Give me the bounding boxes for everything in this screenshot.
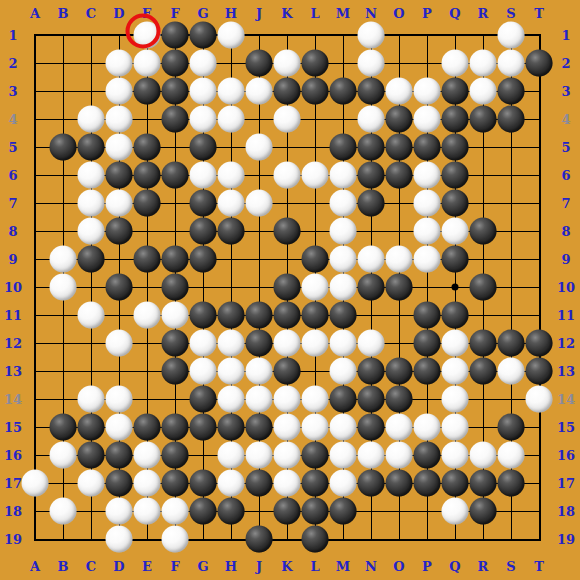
stone-black-C15 bbox=[78, 414, 105, 441]
column-label-bottom-C: C bbox=[86, 560, 96, 573]
stone-black-Q11 bbox=[442, 302, 469, 329]
row-label-right-1: 1 bbox=[561, 29, 570, 42]
stone-black-N3 bbox=[358, 78, 385, 105]
stone-white-Q12 bbox=[442, 330, 469, 357]
stone-black-P12 bbox=[414, 330, 441, 357]
stone-white-B9 bbox=[50, 246, 77, 273]
row-label-right-12: 12 bbox=[557, 337, 575, 350]
stone-white-M12 bbox=[330, 330, 357, 357]
stone-black-T2 bbox=[526, 50, 553, 77]
stone-black-H11 bbox=[218, 302, 245, 329]
row-label-left-11: 11 bbox=[4, 309, 22, 322]
stone-black-P13 bbox=[414, 358, 441, 385]
stone-black-D16 bbox=[106, 442, 133, 469]
row-label-right-18: 18 bbox=[557, 505, 575, 518]
row-label-left-1: 1 bbox=[8, 29, 17, 42]
stone-white-R16 bbox=[470, 442, 497, 469]
stone-black-N15 bbox=[358, 414, 385, 441]
column-label-bottom-F: F bbox=[170, 560, 179, 573]
stone-white-J14 bbox=[246, 386, 273, 413]
column-label-bottom-D: D bbox=[113, 560, 124, 573]
stone-white-C17 bbox=[78, 470, 105, 497]
stone-white-H1 bbox=[218, 22, 245, 49]
stone-white-L10 bbox=[302, 274, 329, 301]
stone-white-K14 bbox=[274, 386, 301, 413]
stone-black-O6 bbox=[386, 162, 413, 189]
stone-white-R2 bbox=[470, 50, 497, 77]
stone-black-D10 bbox=[106, 274, 133, 301]
stone-black-Q7 bbox=[442, 190, 469, 217]
column-label-bottom-L: L bbox=[310, 560, 319, 573]
column-label-top-C: C bbox=[86, 7, 96, 20]
stone-black-M18 bbox=[330, 498, 357, 525]
stone-white-G2 bbox=[190, 50, 217, 77]
stone-black-R18 bbox=[470, 498, 497, 525]
stone-black-F12 bbox=[162, 330, 189, 357]
stone-white-P7 bbox=[414, 190, 441, 217]
stone-white-P15 bbox=[414, 414, 441, 441]
stone-white-O16 bbox=[386, 442, 413, 469]
stone-black-B15 bbox=[50, 414, 77, 441]
column-label-top-A: A bbox=[30, 7, 40, 20]
stone-white-H16 bbox=[218, 442, 245, 469]
stone-black-F9 bbox=[162, 246, 189, 273]
row-label-right-2: 2 bbox=[561, 57, 570, 70]
stone-black-K10 bbox=[274, 274, 301, 301]
column-label-top-R: R bbox=[478, 7, 489, 20]
stone-black-B5 bbox=[50, 134, 77, 161]
stone-white-M17 bbox=[330, 470, 357, 497]
stone-white-B16 bbox=[50, 442, 77, 469]
stone-white-E18 bbox=[134, 498, 161, 525]
stone-white-P3 bbox=[414, 78, 441, 105]
stone-white-G3 bbox=[190, 78, 217, 105]
stone-black-F16 bbox=[162, 442, 189, 469]
stone-black-S4 bbox=[498, 106, 525, 133]
stone-white-K17 bbox=[274, 470, 301, 497]
stone-white-C4 bbox=[78, 106, 105, 133]
stone-black-S12 bbox=[498, 330, 525, 357]
stone-black-K18 bbox=[274, 498, 301, 525]
stone-white-M16 bbox=[330, 442, 357, 469]
screenshot-root: { "game": "go", "board_size": 19, "colum… bbox=[0, 0, 580, 580]
stone-black-Q17 bbox=[442, 470, 469, 497]
stone-white-D4 bbox=[106, 106, 133, 133]
stone-black-E5 bbox=[134, 134, 161, 161]
column-label-bottom-E: E bbox=[142, 560, 152, 573]
stone-white-M8 bbox=[330, 218, 357, 245]
stone-black-C16 bbox=[78, 442, 105, 469]
stone-white-M9 bbox=[330, 246, 357, 273]
column-label-top-H: H bbox=[225, 7, 237, 20]
hoshi-dot bbox=[452, 284, 459, 291]
row-label-left-16: 16 bbox=[4, 449, 22, 462]
row-label-right-19: 19 bbox=[557, 533, 575, 546]
column-label-top-T: T bbox=[534, 7, 544, 20]
stone-black-F6 bbox=[162, 162, 189, 189]
stone-white-Q14 bbox=[442, 386, 469, 413]
stone-black-L9 bbox=[302, 246, 329, 273]
column-label-bottom-M: M bbox=[336, 560, 350, 573]
stone-black-Q5 bbox=[442, 134, 469, 161]
column-label-top-N: N bbox=[365, 7, 377, 20]
stone-black-F3 bbox=[162, 78, 189, 105]
stone-white-L12 bbox=[302, 330, 329, 357]
stone-white-P6 bbox=[414, 162, 441, 189]
stone-black-Q6 bbox=[442, 162, 469, 189]
stone-black-R4 bbox=[470, 106, 497, 133]
column-label-top-B: B bbox=[58, 7, 69, 20]
stone-black-R12 bbox=[470, 330, 497, 357]
column-label-top-K: K bbox=[281, 7, 292, 20]
row-label-left-3: 3 bbox=[8, 85, 17, 98]
stone-white-N16 bbox=[358, 442, 385, 469]
stone-black-G9 bbox=[190, 246, 217, 273]
column-label-bottom-B: B bbox=[58, 560, 69, 573]
stone-white-O3 bbox=[386, 78, 413, 105]
stone-white-C14 bbox=[78, 386, 105, 413]
stone-white-D14 bbox=[106, 386, 133, 413]
column-label-bottom-G: G bbox=[197, 560, 208, 573]
stone-white-L14 bbox=[302, 386, 329, 413]
column-label-bottom-S: S bbox=[506, 560, 515, 573]
row-label-right-13: 13 bbox=[557, 365, 575, 378]
stone-black-K3 bbox=[274, 78, 301, 105]
stone-black-E3 bbox=[134, 78, 161, 105]
row-label-right-10: 10 bbox=[557, 281, 575, 294]
stone-white-M10 bbox=[330, 274, 357, 301]
stone-white-Q18 bbox=[442, 498, 469, 525]
stone-black-J17 bbox=[246, 470, 273, 497]
stone-black-L11 bbox=[302, 302, 329, 329]
column-label-bottom-O: O bbox=[393, 560, 404, 573]
stone-black-M5 bbox=[330, 134, 357, 161]
stone-black-L3 bbox=[302, 78, 329, 105]
stone-white-H4 bbox=[218, 106, 245, 133]
stone-white-M7 bbox=[330, 190, 357, 217]
stone-white-N9 bbox=[358, 246, 385, 273]
stone-white-Q2 bbox=[442, 50, 469, 77]
row-label-right-6: 6 bbox=[561, 169, 570, 182]
stone-black-L17 bbox=[302, 470, 329, 497]
stone-white-S13 bbox=[498, 358, 525, 385]
stone-black-P11 bbox=[414, 302, 441, 329]
row-label-left-5: 5 bbox=[8, 141, 17, 154]
stone-black-S17 bbox=[498, 470, 525, 497]
stone-black-C5 bbox=[78, 134, 105, 161]
column-label-bottom-K: K bbox=[281, 560, 292, 573]
stone-black-L18 bbox=[302, 498, 329, 525]
stone-black-E15 bbox=[134, 414, 161, 441]
stone-white-J13 bbox=[246, 358, 273, 385]
stone-white-J16 bbox=[246, 442, 273, 469]
stone-black-G14 bbox=[190, 386, 217, 413]
stone-black-O5 bbox=[386, 134, 413, 161]
stone-white-N2 bbox=[358, 50, 385, 77]
stone-black-Q3 bbox=[442, 78, 469, 105]
stone-black-L2 bbox=[302, 50, 329, 77]
stone-black-N7 bbox=[358, 190, 385, 217]
stone-black-G18 bbox=[190, 498, 217, 525]
stone-white-H13 bbox=[218, 358, 245, 385]
stone-black-R8 bbox=[470, 218, 497, 245]
stone-white-S1 bbox=[498, 22, 525, 49]
row-label-left-18: 18 bbox=[4, 505, 22, 518]
stone-white-H14 bbox=[218, 386, 245, 413]
stone-white-S2 bbox=[498, 50, 525, 77]
stone-black-N10 bbox=[358, 274, 385, 301]
row-label-right-16: 16 bbox=[557, 449, 575, 462]
stone-black-M11 bbox=[330, 302, 357, 329]
stone-white-M13 bbox=[330, 358, 357, 385]
stone-white-D12 bbox=[106, 330, 133, 357]
stone-black-N13 bbox=[358, 358, 385, 385]
stone-black-J12 bbox=[246, 330, 273, 357]
column-label-top-L: L bbox=[310, 7, 319, 20]
stone-white-S16 bbox=[498, 442, 525, 469]
stone-white-J3 bbox=[246, 78, 273, 105]
stone-black-C9 bbox=[78, 246, 105, 273]
stone-white-T14 bbox=[526, 386, 553, 413]
column-label-bottom-N: N bbox=[365, 560, 377, 573]
stone-white-A17 bbox=[22, 470, 49, 497]
stone-white-H12 bbox=[218, 330, 245, 357]
go-board[interactable]: AABBCCDDEEFFGGHHJJKKLLMMNNOOPPQQRRSSTT11… bbox=[0, 0, 580, 580]
stone-white-P8 bbox=[414, 218, 441, 245]
stone-white-G6 bbox=[190, 162, 217, 189]
stone-black-O14 bbox=[386, 386, 413, 413]
stone-black-G8 bbox=[190, 218, 217, 245]
stone-black-H15 bbox=[218, 414, 245, 441]
stone-black-K11 bbox=[274, 302, 301, 329]
stone-white-M15 bbox=[330, 414, 357, 441]
stone-white-H7 bbox=[218, 190, 245, 217]
stone-black-F13 bbox=[162, 358, 189, 385]
stone-black-F1 bbox=[162, 22, 189, 49]
stone-white-K15 bbox=[274, 414, 301, 441]
stone-black-R17 bbox=[470, 470, 497, 497]
column-label-top-F: F bbox=[170, 7, 179, 20]
stone-white-R3 bbox=[470, 78, 497, 105]
stone-white-Q15 bbox=[442, 414, 469, 441]
column-label-top-E: E bbox=[142, 7, 152, 20]
stone-black-F15 bbox=[162, 414, 189, 441]
stone-white-O15 bbox=[386, 414, 413, 441]
stone-white-Q16 bbox=[442, 442, 469, 469]
stone-white-J5 bbox=[246, 134, 273, 161]
row-label-left-6: 6 bbox=[8, 169, 17, 182]
row-label-left-19: 19 bbox=[4, 533, 22, 546]
stone-white-E17 bbox=[134, 470, 161, 497]
stone-white-B10 bbox=[50, 274, 77, 301]
stone-white-E16 bbox=[134, 442, 161, 469]
stone-white-P4 bbox=[414, 106, 441, 133]
stone-white-H3 bbox=[218, 78, 245, 105]
stone-white-L6 bbox=[302, 162, 329, 189]
stone-white-E11 bbox=[134, 302, 161, 329]
stone-white-C8 bbox=[78, 218, 105, 245]
stone-white-F18 bbox=[162, 498, 189, 525]
stone-black-S3 bbox=[498, 78, 525, 105]
stone-black-S15 bbox=[498, 414, 525, 441]
stone-black-O10 bbox=[386, 274, 413, 301]
row-label-right-8: 8 bbox=[561, 225, 570, 238]
stone-white-Q8 bbox=[442, 218, 469, 245]
stone-black-J19 bbox=[246, 526, 273, 553]
row-label-left-10: 10 bbox=[4, 281, 22, 294]
stone-black-T13 bbox=[526, 358, 553, 385]
stone-black-J2 bbox=[246, 50, 273, 77]
stone-black-K13 bbox=[274, 358, 301, 385]
column-label-top-S: S bbox=[506, 7, 515, 20]
stone-white-G4 bbox=[190, 106, 217, 133]
row-label-left-15: 15 bbox=[4, 421, 22, 434]
column-label-bottom-Q: Q bbox=[449, 560, 460, 573]
stone-black-G15 bbox=[190, 414, 217, 441]
column-label-bottom-H: H bbox=[225, 560, 237, 573]
stone-white-K12 bbox=[274, 330, 301, 357]
stone-black-G7 bbox=[190, 190, 217, 217]
stone-white-C11 bbox=[78, 302, 105, 329]
column-label-bottom-A: A bbox=[30, 560, 40, 573]
stone-black-M14 bbox=[330, 386, 357, 413]
stone-white-L15 bbox=[302, 414, 329, 441]
row-label-right-7: 7 bbox=[561, 197, 570, 210]
stone-black-D17 bbox=[106, 470, 133, 497]
stone-white-N4 bbox=[358, 106, 385, 133]
stone-black-F4 bbox=[162, 106, 189, 133]
stone-black-F2 bbox=[162, 50, 189, 77]
stone-black-N14 bbox=[358, 386, 385, 413]
stone-white-D3 bbox=[106, 78, 133, 105]
stone-white-H6 bbox=[218, 162, 245, 189]
row-label-right-5: 5 bbox=[561, 141, 570, 154]
row-label-right-17: 17 bbox=[557, 477, 575, 490]
stone-white-F19 bbox=[162, 526, 189, 553]
stone-white-K6 bbox=[274, 162, 301, 189]
stone-white-G13 bbox=[190, 358, 217, 385]
column-label-top-G: G bbox=[197, 7, 208, 20]
stone-black-J15 bbox=[246, 414, 273, 441]
row-label-left-17: 17 bbox=[4, 477, 22, 490]
row-label-left-7: 7 bbox=[8, 197, 17, 210]
stone-black-N6 bbox=[358, 162, 385, 189]
stone-white-C7 bbox=[78, 190, 105, 217]
stone-black-N17 bbox=[358, 470, 385, 497]
row-label-right-11: 11 bbox=[557, 309, 575, 322]
stone-black-G17 bbox=[190, 470, 217, 497]
row-label-left-9: 9 bbox=[8, 253, 17, 266]
column-label-top-M: M bbox=[336, 7, 350, 20]
stone-white-O9 bbox=[386, 246, 413, 273]
stone-black-L19 bbox=[302, 526, 329, 553]
stone-black-R13 bbox=[470, 358, 497, 385]
stone-white-N12 bbox=[358, 330, 385, 357]
stone-black-F17 bbox=[162, 470, 189, 497]
column-label-bottom-R: R bbox=[478, 560, 489, 573]
stone-white-D15 bbox=[106, 414, 133, 441]
row-label-left-12: 12 bbox=[4, 337, 22, 350]
stone-black-E6 bbox=[134, 162, 161, 189]
row-label-right-4: 4 bbox=[561, 113, 570, 126]
row-label-right-9: 9 bbox=[561, 253, 570, 266]
column-label-top-O: O bbox=[393, 7, 404, 20]
stone-black-G11 bbox=[190, 302, 217, 329]
column-label-bottom-J: J bbox=[256, 560, 262, 573]
stone-white-D19 bbox=[106, 526, 133, 553]
stone-black-L16 bbox=[302, 442, 329, 469]
stone-black-M3 bbox=[330, 78, 357, 105]
stone-white-K4 bbox=[274, 106, 301, 133]
stone-white-H17 bbox=[218, 470, 245, 497]
stone-white-Q13 bbox=[442, 358, 469, 385]
column-label-top-P: P bbox=[422, 7, 432, 20]
stone-black-G5 bbox=[190, 134, 217, 161]
stone-black-J11 bbox=[246, 302, 273, 329]
column-label-bottom-T: T bbox=[534, 560, 544, 573]
stone-white-D5 bbox=[106, 134, 133, 161]
stone-black-H18 bbox=[218, 498, 245, 525]
stone-white-P9 bbox=[414, 246, 441, 273]
stone-black-G1 bbox=[190, 22, 217, 49]
row-label-left-8: 8 bbox=[8, 225, 17, 238]
stone-white-D18 bbox=[106, 498, 133, 525]
stone-black-O17 bbox=[386, 470, 413, 497]
stone-black-N5 bbox=[358, 134, 385, 161]
stone-black-P5 bbox=[414, 134, 441, 161]
stone-black-P16 bbox=[414, 442, 441, 469]
column-label-bottom-P: P bbox=[422, 560, 432, 573]
stone-black-H8 bbox=[218, 218, 245, 245]
stone-white-B18 bbox=[50, 498, 77, 525]
stone-black-R10 bbox=[470, 274, 497, 301]
stone-black-O4 bbox=[386, 106, 413, 133]
stone-white-D2 bbox=[106, 50, 133, 77]
column-label-top-D: D bbox=[113, 7, 124, 20]
stone-white-D7 bbox=[106, 190, 133, 217]
stone-black-T12 bbox=[526, 330, 553, 357]
stone-white-N1 bbox=[358, 22, 385, 49]
stone-white-C6 bbox=[78, 162, 105, 189]
row-label-left-4: 4 bbox=[8, 113, 17, 126]
row-label-left-14: 14 bbox=[4, 393, 22, 406]
stone-black-P17 bbox=[414, 470, 441, 497]
stone-white-G12 bbox=[190, 330, 217, 357]
column-label-top-J: J bbox=[256, 7, 262, 20]
stone-white-E2 bbox=[134, 50, 161, 77]
stone-white-E1 bbox=[134, 22, 161, 49]
stone-white-M6 bbox=[330, 162, 357, 189]
stone-black-K8 bbox=[274, 218, 301, 245]
row-label-left-13: 13 bbox=[4, 365, 22, 378]
stone-black-D8 bbox=[106, 218, 133, 245]
column-label-top-Q: Q bbox=[449, 7, 460, 20]
stone-black-O13 bbox=[386, 358, 413, 385]
stone-white-J7 bbox=[246, 190, 273, 217]
stone-white-K16 bbox=[274, 442, 301, 469]
stone-black-Q9 bbox=[442, 246, 469, 273]
row-label-left-2: 2 bbox=[8, 57, 17, 70]
stone-black-D6 bbox=[106, 162, 133, 189]
row-label-right-3: 3 bbox=[561, 85, 570, 98]
stone-white-K2 bbox=[274, 50, 301, 77]
row-label-right-15: 15 bbox=[557, 421, 575, 434]
stone-black-E9 bbox=[134, 246, 161, 273]
stone-black-Q4 bbox=[442, 106, 469, 133]
row-label-right-14: 14 bbox=[557, 393, 575, 406]
stone-black-F10 bbox=[162, 274, 189, 301]
stone-black-E7 bbox=[134, 190, 161, 217]
